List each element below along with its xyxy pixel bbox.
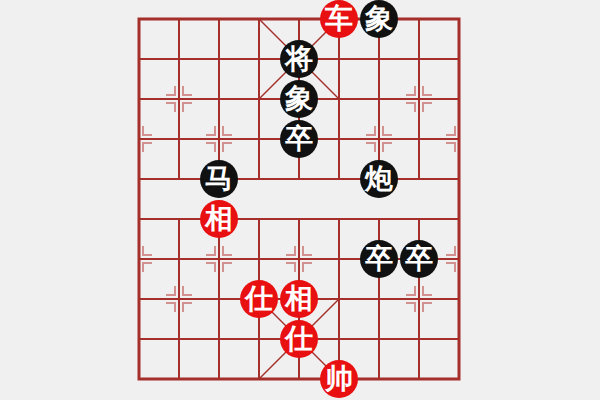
piece-red-general[interactable]: 帅: [320, 360, 358, 398]
piece-red-advisor-2[interactable]: 仕: [280, 320, 318, 358]
piece-red-elephant-1[interactable]: 相: [200, 200, 238, 238]
piece-black-soldier-2[interactable]: 卒: [360, 240, 398, 278]
piece-black-general[interactable]: 将: [280, 40, 318, 78]
pieces-layer: 车象将象卒马炮相卒卒仕相仕帅: [119, 0, 479, 399]
piece-black-elephant-1[interactable]: 象: [360, 0, 398, 38]
piece-black-horse[interactable]: 马: [200, 160, 238, 198]
piece-black-soldier-3[interactable]: 卒: [400, 240, 438, 278]
piece-black-elephant-2[interactable]: 象: [280, 80, 318, 118]
piece-red-advisor-1[interactable]: 仕: [240, 280, 278, 318]
piece-red-elephant-2[interactable]: 相: [280, 280, 318, 318]
piece-red-chariot[interactable]: 车: [320, 0, 358, 38]
piece-black-soldier-1[interactable]: 卒: [280, 120, 318, 158]
board-canvas: 车象将象卒马炮相卒卒仕相仕帅: [0, 0, 600, 400]
piece-black-cannon[interactable]: 炮: [360, 160, 398, 198]
